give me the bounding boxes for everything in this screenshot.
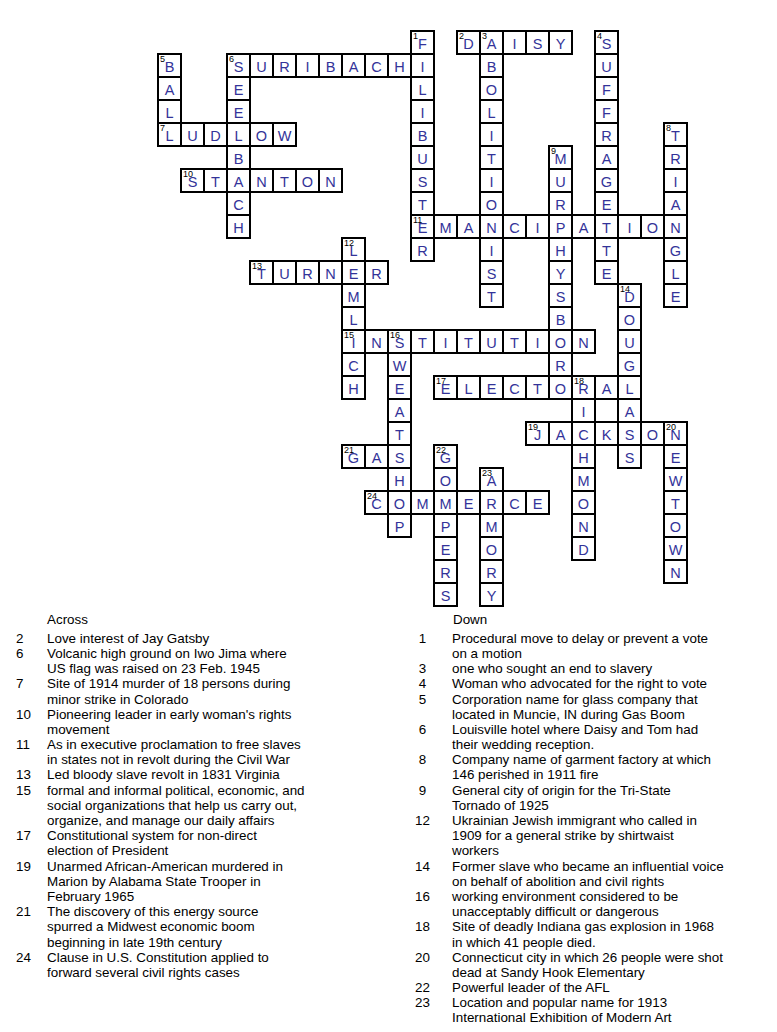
cell-letter: C xyxy=(509,221,519,236)
grid-cell-r5c17[interactable]: 9M xyxy=(548,145,573,170)
across-clues-column: Across 2Love interest of Jay Gatsby6Volc… xyxy=(16,612,398,980)
grid-cell-r5c22[interactable]: R xyxy=(663,145,688,170)
down-clue-5: 5Corporation name for glass company that xyxy=(403,692,777,707)
grid-cell-r7c19[interactable]: E xyxy=(594,191,619,216)
grid-cell-r8c22[interactable]: N xyxy=(663,214,688,239)
cell-letter: I xyxy=(420,60,424,75)
cell-letter: O xyxy=(670,520,681,535)
cell-letter: I xyxy=(673,175,677,190)
clue-text: Love interest of Jay Gatsby xyxy=(47,631,209,646)
grid-cell-r24c12[interactable]: S xyxy=(433,582,458,607)
grid-cell-r0c15[interactable]: I xyxy=(502,30,527,55)
clue-text: located in Muncie, IN during Gas Boom xyxy=(452,707,685,722)
grid-cell-r16c10[interactable]: A xyxy=(387,398,412,423)
grid-cell-r10c5[interactable]: U xyxy=(272,260,297,285)
clue-number xyxy=(16,919,47,934)
clue-number: 17 xyxy=(16,828,47,843)
cell-letter: C xyxy=(233,198,243,213)
cell-letter: H xyxy=(578,451,588,466)
grid-cell-r8c20[interactable]: I xyxy=(617,214,642,239)
cell-letter: S xyxy=(625,451,635,466)
clue-number: 5 xyxy=(403,692,442,707)
cell-letter: E xyxy=(234,83,244,98)
grid-cell-r13c18[interactable]: N xyxy=(571,329,596,354)
cell-letter: I xyxy=(443,336,447,351)
cell-letter: U xyxy=(555,175,565,190)
cell-letter: T xyxy=(671,129,680,144)
grid-cell-r12c8[interactable]: L xyxy=(341,306,366,331)
clue-text: General city of origin for the Tri-State xyxy=(452,783,671,798)
cell-letter: R xyxy=(555,359,565,374)
grid-cell-r18c12[interactable]: 22G xyxy=(433,444,458,469)
grid-cell-r5c11[interactable]: U xyxy=(410,145,435,170)
clue-text: As in executive proclamation to free sla… xyxy=(47,737,301,752)
grid-cell-r3c3[interactable]: E xyxy=(226,99,251,124)
cell-letter: M xyxy=(416,497,428,512)
grid-cell-r17c19[interactable]: K xyxy=(594,421,619,446)
grid-cell-r8c15[interactable]: C xyxy=(502,214,527,239)
grid-cell-r15c14[interactable]: E xyxy=(479,375,504,400)
clue-text: International Exhibition of Modern Art xyxy=(452,1010,672,1025)
grid-cell-r3c19[interactable]: F xyxy=(594,99,619,124)
cell-letter: U xyxy=(256,60,266,75)
grid-cell-r20c18[interactable]: O xyxy=(571,490,596,515)
grid-cell-r9c22[interactable]: G xyxy=(663,237,688,262)
clue-text: unacceptably difficult or dangerous xyxy=(452,904,659,919)
grid-cell-r2c3[interactable]: E xyxy=(226,76,251,101)
grid-cell-r4c0[interactable]: 7L xyxy=(157,122,182,147)
grid-cell-r23c12[interactable]: R xyxy=(433,559,458,584)
grid-cell-r24c14[interactable]: Y xyxy=(479,582,504,607)
clue-number: 19 xyxy=(16,859,47,874)
grid-cell-r17c17[interactable]: A xyxy=(548,421,573,446)
grid-cell-r1c9[interactable]: C xyxy=(364,53,389,78)
grid-cell-r15c15[interactable]: C xyxy=(502,375,527,400)
grid-cell-r5c14[interactable]: T xyxy=(479,145,504,170)
grid-cell-r20c15[interactable]: C xyxy=(502,490,527,515)
grid-cell-r6c19[interactable]: G xyxy=(594,168,619,193)
cell-number: 17 xyxy=(436,377,446,386)
grid-cell-r6c11[interactable]: S xyxy=(410,168,435,193)
grid-cell-r17c18[interactable]: C xyxy=(571,421,596,446)
clue-text: Louisville hotel where Daisy and Tom had xyxy=(452,722,698,737)
grid-cell-r18c9[interactable]: A xyxy=(364,444,389,469)
cell-letter: W xyxy=(669,474,683,489)
grid-cell-r19c22[interactable]: W xyxy=(663,467,688,492)
grid-cell-r6c1[interactable]: 10S xyxy=(180,168,205,193)
down-clue-22: 22Powerful leader of the AFL xyxy=(403,980,777,995)
grid-cell-r19c12[interactable]: O xyxy=(433,467,458,492)
grid-cell-r8c12[interactable]: M xyxy=(433,214,458,239)
cell-letter: A xyxy=(625,405,635,420)
grid-cell-r17c20[interactable]: S xyxy=(617,421,642,446)
grid-cell-r13c13[interactable]: T xyxy=(456,329,481,354)
grid-cell-r1c11[interactable]: I xyxy=(410,53,435,78)
clue-number xyxy=(16,752,47,767)
grid-cell-r2c0[interactable]: A xyxy=(157,76,182,101)
grid-cell-r13c8[interactable]: 15I xyxy=(341,329,366,354)
grid-cell-r19c10[interactable]: H xyxy=(387,467,412,492)
grid-cell-r0c16[interactable]: S xyxy=(525,30,550,55)
grid-cell-r5c3[interactable]: B xyxy=(226,145,251,170)
clue-text: on a motion xyxy=(452,646,522,661)
grid-cell-r1c5[interactable]: R xyxy=(272,53,297,78)
cell-letter: A xyxy=(165,83,175,98)
cell-number: 5 xyxy=(160,55,165,64)
clue-number xyxy=(403,843,442,858)
grid-cell-r10c17[interactable]: Y xyxy=(548,260,573,285)
grid-cell-r8c14[interactable]: N xyxy=(479,214,504,239)
clue-number xyxy=(16,889,47,904)
clue-number xyxy=(403,935,442,950)
cell-letter: T xyxy=(510,336,519,351)
grid-cell-r6c7[interactable]: N xyxy=(318,168,343,193)
grid-cell-r15c8[interactable]: H xyxy=(341,375,366,400)
down-header: Down xyxy=(453,612,777,627)
grid-cell-r2c11[interactable]: L xyxy=(410,76,435,101)
grid-cell-r10c22[interactable]: L xyxy=(663,260,688,285)
grid-cell-r10c9[interactable]: R xyxy=(364,260,389,285)
cell-number: 3 xyxy=(482,32,487,41)
cell-letter: A xyxy=(234,175,244,190)
grid-cell-r14c8[interactable]: C xyxy=(341,352,366,377)
grid-cell-r20c9[interactable]: 24C xyxy=(364,490,389,515)
grid-cell-r2c14[interactable]: O xyxy=(479,76,504,101)
down-clues-column: Down 1Procedural move to delay or preven… xyxy=(403,612,777,1026)
grid-cell-r22c22[interactable]: W xyxy=(663,536,688,561)
cell-letter: O xyxy=(394,497,405,512)
grid-cell-r21c18[interactable]: N xyxy=(571,513,596,538)
cell-letter: S xyxy=(533,37,543,52)
cell-letter: P xyxy=(441,520,451,535)
cell-letter: U xyxy=(417,152,427,167)
grid-cell-r1c3[interactable]: 6S xyxy=(226,53,251,78)
cell-number: 9 xyxy=(551,147,556,156)
grid-cell-r6c2[interactable]: T xyxy=(203,168,228,193)
cell-letter: O xyxy=(647,221,658,236)
clue-number: 11 xyxy=(16,737,47,752)
grid-cell-r19c14[interactable]: 23A xyxy=(479,467,504,492)
grid-cell-r4c11[interactable]: B xyxy=(410,122,435,147)
grid-cell-r7c22[interactable]: A xyxy=(663,191,688,216)
grid-cell-r15c19[interactable]: A xyxy=(594,375,619,400)
grid-cell-r8c13[interactable]: A xyxy=(456,214,481,239)
cell-number: 15 xyxy=(344,331,354,340)
grid-cell-r15c12[interactable]: 17E xyxy=(433,375,458,400)
clue-number xyxy=(16,661,47,676)
across-clue-21-cont: spurred a Midwest economic boom xyxy=(16,919,398,934)
cell-number: 16 xyxy=(390,331,400,340)
down-clue-16-cont: unacceptably difficult or dangerous xyxy=(403,904,777,919)
across-clue-19-cont: Marion by Alabama State Trooper in xyxy=(16,874,398,889)
clue-number: 1 xyxy=(403,631,442,646)
clue-number xyxy=(16,965,47,980)
cell-letter: R xyxy=(486,497,496,512)
grid-cell-r4c4[interactable]: O xyxy=(249,122,274,147)
cell-number: 21 xyxy=(344,446,354,455)
cell-number: 20 xyxy=(666,423,676,432)
grid-cell-r6c6[interactable]: O xyxy=(295,168,320,193)
grid-cell-r14c20[interactable]: G xyxy=(617,352,642,377)
grid-cell-r12c20[interactable]: O xyxy=(617,306,642,331)
cell-letter: S xyxy=(487,267,497,282)
grid-cell-r5c19[interactable]: A xyxy=(594,145,619,170)
grid-cell-r7c14[interactable]: O xyxy=(479,191,504,216)
grid-cell-r16c20[interactable]: A xyxy=(617,398,642,423)
grid-cell-r7c17[interactable]: R xyxy=(548,191,573,216)
grid-cell-r13c14[interactable]: U xyxy=(479,329,504,354)
clue-text: in states not in revolt during the Civil… xyxy=(47,752,290,767)
grid-cell-r15c18[interactable]: 18R xyxy=(571,375,596,400)
cell-letter: R xyxy=(417,244,427,259)
cell-letter: Y xyxy=(487,589,497,604)
grid-cell-r1c8[interactable]: A xyxy=(341,53,366,78)
grid-cell-r11c22[interactable]: E xyxy=(663,283,688,308)
grid-cell-r17c16[interactable]: 19J xyxy=(525,421,550,446)
grid-cell-r1c10[interactable]: H xyxy=(387,53,412,78)
grid-cell-r6c4[interactable]: N xyxy=(249,168,274,193)
grid-cell-r1c4[interactable]: U xyxy=(249,53,274,78)
clue-text: Unarmed African-American murdered in xyxy=(47,859,283,874)
grid-cell-r13c9[interactable]: N xyxy=(364,329,389,354)
grid-cell-r20c11[interactable]: M xyxy=(410,490,435,515)
cell-letter: P xyxy=(556,221,566,236)
clue-number xyxy=(16,874,47,889)
grid-cell-r17c21[interactable]: O xyxy=(640,421,665,446)
grid-cell-r4c2[interactable]: D xyxy=(203,122,228,147)
clue-number: 13 xyxy=(16,767,47,782)
cell-number: 18 xyxy=(574,377,584,386)
cell-letter: C xyxy=(509,497,519,512)
grid-cell-r7c3[interactable]: C xyxy=(226,191,251,216)
grid-cell-r15c20[interactable]: L xyxy=(617,375,642,400)
cell-letter: M xyxy=(439,497,451,512)
grid-cell-r16c18[interactable]: I xyxy=(571,398,596,423)
cell-letter: T xyxy=(395,428,404,443)
grid-cell-r0c11[interactable]: 1F xyxy=(410,30,435,55)
clue-text: organize, and manage our daily affairs xyxy=(47,813,275,828)
grid-cell-r10c8[interactable]: E xyxy=(341,260,366,285)
cell-letter: M xyxy=(577,474,589,489)
cell-letter: T xyxy=(671,497,680,512)
grid-cell-r13c16[interactable]: I xyxy=(525,329,550,354)
grid-cell-r19c18[interactable]: M xyxy=(571,467,596,492)
cell-letter: T xyxy=(487,152,496,167)
across-clue-7-cont: minor strike in Colorado xyxy=(16,692,398,707)
cell-letter: T xyxy=(602,221,611,236)
grid-cell-r9c19[interactable]: T xyxy=(594,237,619,262)
cell-letter: P xyxy=(395,520,405,535)
grid-cell-r15c10[interactable]: E xyxy=(387,375,412,400)
cell-letter: N xyxy=(578,336,588,351)
cell-number: 1 xyxy=(413,32,418,41)
grid-cell-r13c15[interactable]: T xyxy=(502,329,527,354)
clue-number xyxy=(403,646,442,661)
grid-cell-r9c17[interactable]: H xyxy=(548,237,573,262)
grid-cell-r11c14[interactable]: T xyxy=(479,283,504,308)
grid-cell-r9c8[interactable]: 12L xyxy=(341,237,366,262)
down-clue-12: 12Ukrainian Jewish immigrant who called … xyxy=(403,813,777,828)
cell-letter: O xyxy=(256,129,267,144)
grid-cell-r9c14[interactable]: I xyxy=(479,237,504,262)
cell-letter: C xyxy=(509,382,519,397)
grid-cell-r4c1[interactable]: U xyxy=(180,122,205,147)
grid-cell-r13c17[interactable]: O xyxy=(548,329,573,354)
grid-cell-r20c10[interactable]: O xyxy=(387,490,412,515)
grid-cell-r4c14[interactable]: I xyxy=(479,122,504,147)
grid-cell-r6c17[interactable]: U xyxy=(548,168,573,193)
grid-cell-r11c17[interactable]: S xyxy=(548,283,573,308)
cell-letter: L xyxy=(234,129,242,144)
grid-cell-r13c12[interactable]: I xyxy=(433,329,458,354)
cell-letter: D xyxy=(578,543,588,558)
cell-letter: S xyxy=(234,60,244,75)
grid-cell-r21c12[interactable]: P xyxy=(433,513,458,538)
clue-text: Corporation name for glass company that xyxy=(452,692,698,707)
cell-letter: N xyxy=(670,566,680,581)
cell-letter: E xyxy=(671,290,681,305)
grid-cell-r0c17[interactable]: Y xyxy=(548,30,573,55)
clue-text: spurred a Midwest economic boom xyxy=(47,919,255,934)
cell-letter: R xyxy=(302,267,312,282)
grid-cell-r18c8[interactable]: 21G xyxy=(341,444,366,469)
grid-cell-r18c20[interactable]: S xyxy=(617,444,642,469)
clue-text: on behalf of abolition and civil rights xyxy=(452,874,664,889)
grid-cell-r8c11[interactable]: 11E xyxy=(410,214,435,239)
cell-letter: H xyxy=(394,60,404,75)
grid-cell-r0c13[interactable]: 2D xyxy=(456,30,481,55)
cell-letter: S xyxy=(625,428,635,443)
grid-cell-r21c22[interactable]: O xyxy=(663,513,688,538)
down-clue-5-cont: located in Muncie, IN during Gas Boom xyxy=(403,707,777,722)
grid-cell-r23c22[interactable]: N xyxy=(663,559,688,584)
down-clue-1: 1Procedural move to delay or prevent a v… xyxy=(403,631,777,646)
clue-number xyxy=(403,737,442,752)
grid-cell-r22c12[interactable]: E xyxy=(433,536,458,561)
grid-cell-r20c14[interactable]: R xyxy=(479,490,504,515)
grid-cell-r8c18[interactable]: A xyxy=(571,214,596,239)
grid-cell-r8c16[interactable]: I xyxy=(525,214,550,239)
grid-cell-r4c19[interactable]: R xyxy=(594,122,619,147)
grid-cell-r1c7[interactable]: B xyxy=(318,53,343,78)
grid-cell-r23c14[interactable]: R xyxy=(479,559,504,584)
grid-cell-r22c18[interactable]: D xyxy=(571,536,596,561)
cell-letter: U xyxy=(601,60,611,75)
grid-cell-r7c11[interactable]: T xyxy=(410,191,435,216)
grid-cell-r20c13[interactable]: E xyxy=(456,490,481,515)
grid-cell-r8c3[interactable]: H xyxy=(226,214,251,239)
grid-cell-r13c10[interactable]: 16S xyxy=(387,329,412,354)
clue-number xyxy=(16,813,47,828)
cell-letter: W xyxy=(393,359,407,374)
cell-number: 12 xyxy=(344,239,354,248)
grid-cell-r13c11[interactable]: T xyxy=(410,329,435,354)
clue-number: 24 xyxy=(16,950,47,965)
clue-number xyxy=(16,843,47,858)
grid-cell-r1c19[interactable]: U xyxy=(594,53,619,78)
grid-cell-r10c6[interactable]: R xyxy=(295,260,320,285)
clue-text: Clause in U.S. Constitution applied to xyxy=(47,950,269,965)
grid-cell-r3c14[interactable]: L xyxy=(479,99,504,124)
grid-cell-r4c3[interactable]: L xyxy=(226,122,251,147)
grid-cell-r18c18[interactable]: H xyxy=(571,444,596,469)
grid-cell-r13c20[interactable]: U xyxy=(617,329,642,354)
cell-letter: F xyxy=(418,37,427,52)
grid-cell-r8c21[interactable]: O xyxy=(640,214,665,239)
grid-cell-r10c19[interactable]: E xyxy=(594,260,619,285)
grid-cell-r6c14[interactable]: I xyxy=(479,168,504,193)
grid-cell-r6c3[interactable]: A xyxy=(226,168,251,193)
grid-cell-r15c13[interactable]: L xyxy=(456,375,481,400)
across-clue-17-cont: election of President xyxy=(16,843,398,858)
cell-number: 19 xyxy=(528,423,538,432)
grid-cell-r1c14[interactable]: B xyxy=(479,53,504,78)
grid-cell-r11c8[interactable]: M xyxy=(341,283,366,308)
down-clue-6: 6Louisville hotel where Daisy and Tom ha… xyxy=(403,722,777,737)
grid-cell-r21c14[interactable]: M xyxy=(479,513,504,538)
grid-cell-r22c14[interactable]: O xyxy=(479,536,504,561)
grid-cell-r0c14[interactable]: 3A xyxy=(479,30,504,55)
grid-cell-r17c22[interactable]: 20N xyxy=(663,421,688,446)
grid-cell-r20c12[interactable]: M xyxy=(433,490,458,515)
grid-cell-r12c17[interactable]: B xyxy=(548,306,573,331)
grid-cell-r2c19[interactable]: F xyxy=(594,76,619,101)
clue-text: movement xyxy=(47,722,110,737)
grid-cell-r14c17[interactable]: R xyxy=(548,352,573,377)
grid-cell-r11c20[interactable]: 14D xyxy=(617,283,642,308)
grid-cell-r15c17[interactable]: O xyxy=(548,375,573,400)
grid-cell-r20c16[interactable]: E xyxy=(525,490,550,515)
grid-cell-r6c22[interactable]: I xyxy=(663,168,688,193)
grid-cell-r4c5[interactable]: W xyxy=(272,122,297,147)
grid-cell-r15c16[interactable]: T xyxy=(525,375,550,400)
grid-cell-r8c17[interactable]: P xyxy=(548,214,573,239)
grid-cell-r1c6[interactable]: I xyxy=(295,53,320,78)
grid-cell-r18c10[interactable]: S xyxy=(387,444,412,469)
cell-letter: A xyxy=(395,405,405,420)
clue-text: Constitutional system for non-direct xyxy=(47,828,257,843)
clue-number: 14 xyxy=(403,859,442,874)
across-clue-10-cont: movement xyxy=(16,722,398,737)
grid-cell-r20c22[interactable]: T xyxy=(663,490,688,515)
clue-number: 6 xyxy=(403,722,442,737)
across-clue-7: 7Site of 1914 murder of 18 persons durin… xyxy=(16,676,398,691)
clue-number xyxy=(403,904,442,919)
grid-cell-r14c10[interactable]: W xyxy=(387,352,412,377)
cell-letter: F xyxy=(602,83,611,98)
grid-cell-r21c10[interactable]: P xyxy=(387,513,412,538)
grid-cell-r1c0[interactable]: 5B xyxy=(157,53,182,78)
clue-number: 3 xyxy=(403,661,442,676)
grid-cell-r10c7[interactable]: N xyxy=(318,260,343,285)
cell-letter: D xyxy=(210,129,220,144)
grid-cell-r3c11[interactable]: I xyxy=(410,99,435,124)
cell-letter: C xyxy=(348,359,358,374)
grid-cell-r17c10[interactable]: T xyxy=(387,421,412,446)
grid-cell-r4c22[interactable]: 8T xyxy=(663,122,688,147)
grid-cell-r6c5[interactable]: T xyxy=(272,168,297,193)
grid-cell-r0c19[interactable]: 4S xyxy=(594,30,619,55)
grid-cell-r10c14[interactable]: S xyxy=(479,260,504,285)
clue-text: forward several civil rights cases xyxy=(47,965,240,980)
clue-text: minor strike in Colorado xyxy=(47,692,188,707)
down-clue-1-cont: on a motion xyxy=(403,646,777,661)
grid-cell-r9c11[interactable]: R xyxy=(410,237,435,262)
grid-cell-r18c22[interactable]: E xyxy=(663,444,688,469)
grid-cell-r8c19[interactable]: T xyxy=(594,214,619,239)
grid-cell-r10c4[interactable]: 13T xyxy=(249,260,274,285)
grid-cell-r3c0[interactable]: L xyxy=(157,99,182,124)
